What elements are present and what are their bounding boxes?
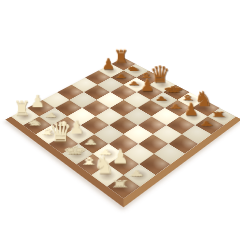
piece-white-rook: ♜	[95, 179, 146, 189]
piece-white-knight: ♞	[80, 153, 130, 177]
chess-board: ♜♞♝♛♚♝♞♜♟♟♟♟♟♟♟♟♟♟♟♟♟♟♟♟♜♞♝♛♚♝♞♜	[5, 57, 240, 207]
square-h1: ♜	[107, 175, 140, 198]
square-h7: ♟	[195, 116, 224, 134]
piece-black-pawn: ♟	[169, 101, 213, 118]
piece-black-pawn: ♟	[89, 57, 128, 72]
product-photo[interactable]: ♜♞♝♛♚♝♞♜♟♟♟♟♟♟♟♟♟♟♟♟♟♟♟♟♜♞♝♛♚♝♞♜	[0, 0, 240, 240]
piece-black-pawn: ♟	[184, 120, 230, 127]
piece-white-queen: ♛	[37, 119, 84, 146]
square-c4	[82, 100, 110, 116]
piece-white-rook: ♜	[0, 98, 44, 118]
piece-black-pawn: ♟	[127, 78, 168, 94]
